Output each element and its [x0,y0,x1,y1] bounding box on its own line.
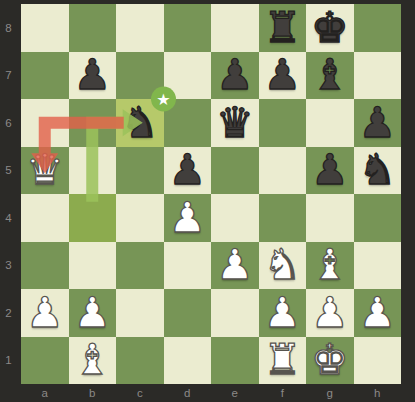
piece-black-rook[interactable]: ♜ [259,4,307,52]
square-b2[interactable]: ♟ [69,289,117,337]
square-d7[interactable] [164,52,212,100]
piece-black-pawn[interactable]: ♟ [259,52,307,100]
piece-white-bishop[interactable]: ♝ [306,242,354,290]
piece-black-knight[interactable]: ♞ [116,99,164,147]
square-c5[interactable] [116,147,164,195]
piece-white-pawn[interactable]: ♟ [354,289,402,337]
square-d8[interactable] [164,4,212,52]
square-g7[interactable]: ♝ [306,52,354,100]
file-label-c: c [116,384,164,401]
square-d5[interactable]: ♟ [164,147,212,195]
square-a3[interactable] [21,242,69,290]
square-b3[interactable] [69,242,117,290]
square-e7[interactable]: ♟ [211,52,259,100]
piece-white-pawn[interactable]: ♟ [211,242,259,290]
square-d6[interactable] [164,99,212,147]
rank-label-3: 3 [0,242,17,290]
chess-board[interactable]: ♜♚♟♟♟♝♞♛♟♛♟♟♞♟♟♞♝♟♟♟♟♟♝♜♚ [21,4,401,384]
file-label-b: b [69,384,117,401]
square-e8[interactable] [211,4,259,52]
piece-black-bishop[interactable]: ♝ [306,52,354,100]
square-c4[interactable] [116,194,164,242]
square-b8[interactable] [69,4,117,52]
square-g5[interactable]: ♟ [306,147,354,195]
piece-white-pawn[interactable]: ♟ [69,289,117,337]
chess-app: ♜♚♟♟♟♝♞♛♟♛♟♟♞♟♟♞♝♟♟♟♟♟♝♜♚ ★ 87654321abcd… [0,0,415,402]
square-h5[interactable]: ♞ [354,147,402,195]
square-b6[interactable] [69,99,117,147]
square-g3[interactable]: ♝ [306,242,354,290]
square-e1[interactable] [211,337,259,385]
square-h7[interactable] [354,52,402,100]
square-f2[interactable]: ♟ [259,289,307,337]
square-c2[interactable] [116,289,164,337]
piece-black-pawn[interactable]: ♟ [354,99,402,147]
square-d2[interactable] [164,289,212,337]
piece-black-pawn[interactable]: ♟ [306,147,354,195]
square-a2[interactable]: ♟ [21,289,69,337]
piece-white-knight[interactable]: ♞ [259,242,307,290]
piece-black-king[interactable]: ♚ [306,4,354,52]
square-h4[interactable] [354,194,402,242]
square-h1[interactable] [354,337,402,385]
square-e6[interactable]: ♛ [211,99,259,147]
file-label-a: a [21,384,69,401]
rank-label-6: 6 [0,99,17,147]
square-c8[interactable] [116,4,164,52]
square-f5[interactable] [259,147,307,195]
square-h8[interactable] [354,4,402,52]
piece-white-rook[interactable]: ♜ [259,337,307,385]
square-f1[interactable]: ♜ [259,337,307,385]
piece-black-pawn[interactable]: ♟ [164,147,212,195]
rank-label-5: 5 [0,147,17,195]
file-label-h: h [354,384,402,401]
square-f3[interactable]: ♞ [259,242,307,290]
square-h2[interactable]: ♟ [354,289,402,337]
piece-white-pawn[interactable]: ♟ [259,289,307,337]
square-c6[interactable]: ♞ [116,99,164,147]
file-label-e: e [211,384,259,401]
square-a6[interactable] [21,99,69,147]
rank-label-7: 7 [0,52,17,100]
square-g2[interactable]: ♟ [306,289,354,337]
square-g1[interactable]: ♚ [306,337,354,385]
piece-black-knight[interactable]: ♞ [354,147,402,195]
square-e5[interactable] [211,147,259,195]
square-b5[interactable] [69,147,117,195]
square-g6[interactable] [306,99,354,147]
square-a5[interactable]: ♛ [21,147,69,195]
square-a1[interactable] [21,337,69,385]
square-a8[interactable] [21,4,69,52]
square-a4[interactable] [21,194,69,242]
piece-white-pawn[interactable]: ♟ [21,289,69,337]
square-d1[interactable] [164,337,212,385]
square-f4[interactable] [259,194,307,242]
file-label-f: f [259,384,307,401]
square-b4[interactable] [69,194,117,242]
square-f8[interactable]: ♜ [259,4,307,52]
square-b1[interactable]: ♝ [69,337,117,385]
file-label-g: g [306,384,354,401]
piece-white-king[interactable]: ♚ [306,337,354,385]
square-c3[interactable] [116,242,164,290]
piece-black-pawn[interactable]: ♟ [69,52,117,100]
square-c7[interactable] [116,52,164,100]
piece-white-bishop[interactable]: ♝ [69,337,117,385]
piece-black-pawn[interactable]: ♟ [211,52,259,100]
square-h3[interactable] [354,242,402,290]
rank-label-8: 8 [0,4,17,52]
square-e2[interactable] [211,289,259,337]
square-d4[interactable]: ♟ [164,194,212,242]
square-e4[interactable] [211,194,259,242]
piece-white-pawn[interactable]: ♟ [306,289,354,337]
piece-white-queen[interactable]: ♛ [21,147,69,195]
rank-label-2: 2 [0,289,17,337]
square-f6[interactable] [259,99,307,147]
square-e3[interactable]: ♟ [211,242,259,290]
square-c1[interactable] [116,337,164,385]
square-b7[interactable]: ♟ [69,52,117,100]
piece-white-pawn[interactable]: ♟ [164,194,212,242]
piece-black-queen[interactable]: ♛ [211,99,259,147]
square-g4[interactable] [306,194,354,242]
file-label-d: d [164,384,212,401]
rank-label-1: 1 [0,337,17,385]
square-f7[interactable]: ♟ [259,52,307,100]
rank-label-4: 4 [0,194,17,242]
square-h6[interactable]: ♟ [354,99,402,147]
square-g8[interactable]: ♚ [306,4,354,52]
square-d3[interactable] [164,242,212,290]
square-a7[interactable] [21,52,69,100]
